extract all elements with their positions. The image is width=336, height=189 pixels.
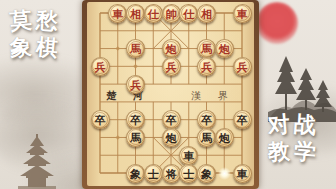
piece-red[interactable]: 兵 xyxy=(233,57,252,76)
piece-red[interactable]: 炮 xyxy=(162,39,181,58)
pagoda-icon xyxy=(18,134,56,189)
title-char: 愁 xyxy=(33,7,61,36)
piece-black[interactable]: 馬 xyxy=(126,128,145,147)
piece-black[interactable]: 卒 xyxy=(162,110,181,129)
pine-trees-hill xyxy=(268,50,336,122)
xiangqi-board: 楚 河 漢 界 車相仕帥仕相車馬炮馬炮兵兵兵兵兵卒卒卒卒卒馬炮馬炮車象士将士象車 xyxy=(82,0,259,189)
episode-title: 对 战 教 学 xyxy=(266,112,318,166)
piece-black[interactable]: 将 xyxy=(162,164,181,183)
piece-red[interactable]: 兵 xyxy=(126,75,145,94)
piece-black[interactable]: 象 xyxy=(197,164,216,183)
piece-red[interactable]: 車 xyxy=(108,4,127,23)
pieces-layer: 車相仕帥仕相車馬炮馬炮兵兵兵兵兵卒卒卒卒卒馬炮馬炮車象士将士象車 xyxy=(82,0,259,189)
piece-black[interactable]: 卒 xyxy=(233,110,252,129)
piece-red[interactable]: 仕 xyxy=(179,4,198,23)
piece-red[interactable]: 馬 xyxy=(126,39,145,58)
piece-black[interactable]: 車 xyxy=(233,164,252,183)
piece-black[interactable]: 士 xyxy=(179,164,198,183)
piece-black[interactable]: 卒 xyxy=(91,110,110,129)
title-char: 战 xyxy=(291,111,319,140)
last-move-marker xyxy=(218,167,231,180)
piece-red[interactable]: 仕 xyxy=(144,4,163,23)
piece-red[interactable]: 相 xyxy=(126,4,145,23)
title-char: 教 xyxy=(265,138,292,166)
piece-black[interactable]: 象 xyxy=(126,164,145,183)
piece-black[interactable]: 馬 xyxy=(197,128,216,147)
piece-black[interactable]: 車 xyxy=(179,146,198,165)
title-char: 莫 xyxy=(7,7,35,36)
piece-black[interactable]: 士 xyxy=(144,164,163,183)
piece-red[interactable]: 兵 xyxy=(197,57,216,76)
title-char: 象 xyxy=(7,34,34,62)
channel-title: 莫 愁 象 棋 xyxy=(8,8,60,62)
piece-red[interactable]: 相 xyxy=(197,4,216,23)
piece-black[interactable]: 炮 xyxy=(215,128,234,147)
video-frame: 楚 河 漢 界 車相仕帥仕相車馬炮馬炮兵兵兵兵兵卒卒卒卒卒馬炮馬炮車象士将士象車… xyxy=(0,0,336,189)
piece-red[interactable]: 車 xyxy=(233,4,252,23)
piece-red[interactable]: 炮 xyxy=(215,39,234,58)
piece-red[interactable]: 兵 xyxy=(162,57,181,76)
piece-black[interactable]: 卒 xyxy=(126,110,145,129)
title-char: 学 xyxy=(291,138,319,167)
piece-black[interactable]: 炮 xyxy=(162,128,181,147)
piece-red[interactable]: 馬 xyxy=(197,39,216,58)
mountain-mist xyxy=(250,85,336,155)
piece-red[interactable]: 兵 xyxy=(91,57,110,76)
title-char: 棋 xyxy=(33,34,61,63)
title-char: 对 xyxy=(265,111,293,140)
red-sun-icon xyxy=(256,2,298,44)
piece-black[interactable]: 卒 xyxy=(197,110,216,129)
piece-red[interactable]: 帥 xyxy=(162,4,181,23)
